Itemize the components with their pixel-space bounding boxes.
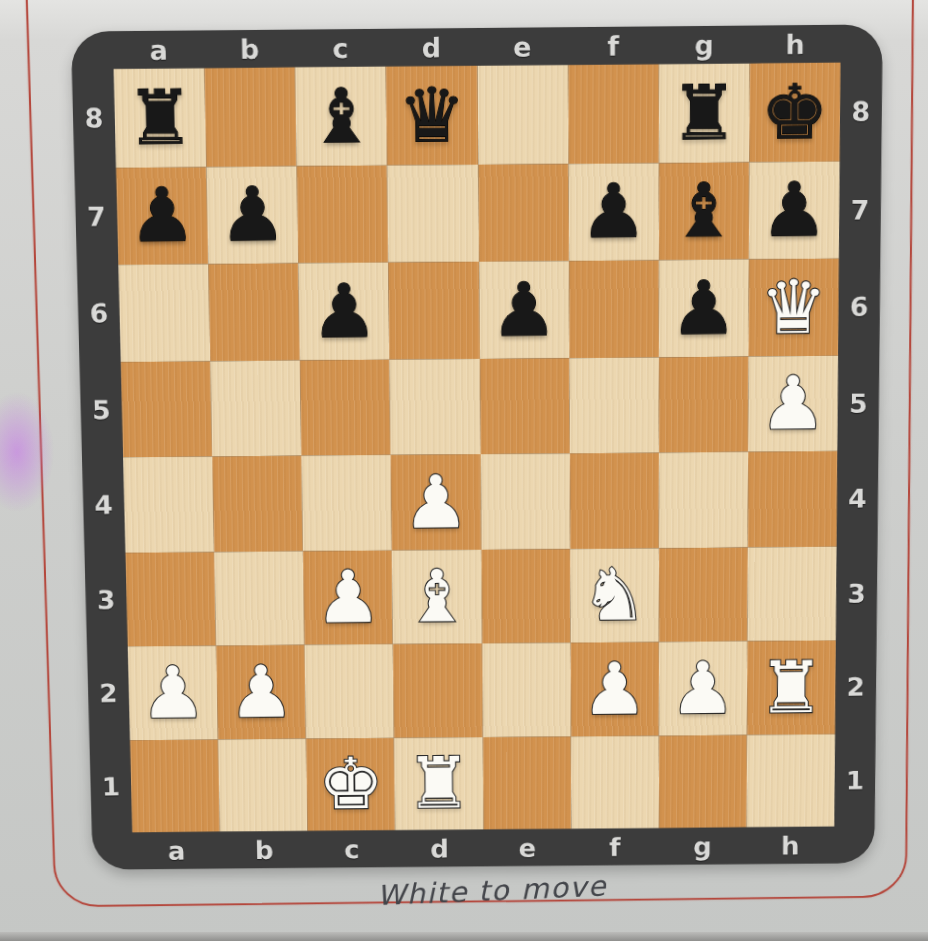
square-b1[interactable] [218,738,308,831]
square-g4[interactable] [659,452,748,548]
square-e8[interactable] [477,65,568,164]
rank-label-4: 4 [848,486,867,512]
square-d5[interactable] [390,358,480,455]
black-queen-d8: ♛ [398,78,467,154]
square-d2[interactable] [393,643,482,737]
square-a2[interactable]: ♟ [128,646,218,740]
rank-label-7: 7 [87,203,106,230]
square-g5[interactable] [659,356,749,453]
square-a5[interactable] [121,361,213,458]
file-label-d: d [430,836,449,861]
rank-label-8: 8 [84,105,103,132]
file-label-b: b [240,35,260,62]
square-g8[interactable]: ♜ [659,63,750,162]
square-e2[interactable] [482,643,571,737]
square-e4[interactable] [480,453,570,549]
square-e3[interactable] [481,548,570,643]
file-label-c: c [344,836,360,861]
file-label-g: g [695,31,714,58]
rank-label-5: 5 [92,397,111,423]
black-pawn-f7: ♟ [580,174,648,249]
square-b6[interactable] [208,263,300,360]
square-f3[interactable]: ♞ [570,548,659,643]
square-b3[interactable] [214,551,304,646]
file-label-h: h [785,31,804,58]
square-c8[interactable]: ♝ [295,67,387,166]
photo-bottom-edge [0,932,928,941]
file-label-h: h [781,833,800,858]
file-label-g: g [693,834,712,859]
file-labels-top: abcdefgh [113,25,841,69]
rank-label-5: 5 [849,390,868,416]
white-pawn-a2: ♟ [139,657,207,729]
rank-label-7: 7 [851,196,870,223]
square-g2[interactable]: ♟ [659,641,748,735]
square-a6[interactable] [118,264,210,361]
file-labels-bottom: abcdefgh [132,826,834,869]
square-c6[interactable]: ♟ [298,262,389,359]
square-h8[interactable]: ♚ [749,63,840,162]
white-pawn-d4: ♟ [402,466,469,539]
square-b2[interactable]: ♟ [216,645,306,739]
file-label-e: e [518,835,536,860]
square-h6[interactable]: ♛ [748,259,838,356]
black-pawn-h7: ♟ [760,173,828,248]
square-a3[interactable] [125,552,216,647]
file-label-d: d [422,34,442,61]
black-bishop-g7: ♝ [670,173,738,248]
square-f2[interactable]: ♟ [570,642,659,736]
square-b5[interactable] [210,360,301,457]
file-label-b: b [255,837,274,862]
photo-scene: abcdefgh 87654321 ♜♝♛♜♚♟♟♟♝♟♟♟♟♛♟♟♟♝♞♟♟♟… [0,0,928,902]
square-f8[interactable] [568,64,659,163]
square-e7[interactable] [478,163,569,261]
file-label-f: f [609,834,620,859]
file-label-a: a [167,838,185,863]
square-b7[interactable]: ♟ [206,166,298,264]
black-pawn-g6: ♟ [670,271,737,345]
square-h3[interactable] [747,546,836,641]
white-pawn-g2: ♟ [670,652,736,724]
black-pawn-a7: ♟ [128,178,197,253]
square-f6[interactable] [569,260,659,357]
square-c5[interactable] [300,359,391,456]
square-h2[interactable]: ♜ [747,640,836,734]
square-e1[interactable] [482,736,571,829]
square-c7[interactable] [297,165,389,263]
square-g3[interactable] [659,547,748,642]
square-g1[interactable] [659,735,747,828]
rank-labels-right: 87654321 [834,62,882,826]
white-pawn-f2: ♟ [581,653,647,725]
square-d1[interactable]: ♜ [394,737,483,830]
square-a7[interactable]: ♟ [116,167,208,265]
rank-label-3: 3 [847,580,866,606]
square-b8[interactable] [204,67,296,166]
square-a8[interactable]: ♜ [114,68,207,167]
square-f7[interactable]: ♟ [568,163,658,261]
square-f1[interactable] [571,735,659,828]
white-pawn-h5: ♟ [759,367,826,441]
file-label-f: f [607,32,619,59]
square-d6[interactable] [389,262,480,359]
white-pawn-b2: ♟ [228,656,295,728]
white-rook-h2: ♜ [758,652,824,724]
square-f5[interactable] [569,357,659,454]
square-c1[interactable]: ♚ [306,738,395,831]
white-rook-d1: ♜ [406,748,472,819]
black-rook-a8: ♜ [125,80,194,156]
rank-label-3: 3 [97,587,116,613]
square-h4[interactable] [748,451,838,547]
square-a4[interactable] [123,457,214,553]
rank-label-6: 6 [89,300,108,326]
square-e6[interactable]: ♟ [479,261,569,358]
rank-label-1: 1 [846,767,864,792]
black-bishop-c8: ♝ [307,78,376,154]
file-label-c: c [332,35,348,62]
square-d4[interactable]: ♟ [391,454,481,550]
square-d3[interactable]: ♝ [392,549,482,644]
chess-board-frame: abcdefgh 87654321 ♜♝♛♜♚♟♟♟♝♟♟♟♟♛♟♟♟♝♞♟♟♟… [71,24,883,869]
white-pawn-c3: ♟ [315,561,382,634]
square-a1[interactable] [130,739,220,832]
square-g7[interactable]: ♝ [659,162,749,260]
rank-label-2: 2 [847,674,865,700]
square-c2[interactable] [305,644,395,738]
black-pawn-b7: ♟ [218,177,287,252]
black-pawn-e6: ♟ [490,272,558,346]
square-c4[interactable] [302,455,392,551]
rank-label-4: 4 [94,492,113,518]
square-d7[interactable] [387,164,478,262]
file-label-e: e [513,33,531,60]
black-pawn-c6: ♟ [310,274,378,348]
rank-label-1: 1 [101,774,120,799]
chess-board: ♜♝♛♜♚♟♟♟♝♟♟♟♟♛♟♟♟♝♞♟♟♟♟♜♚♜ [114,63,841,833]
file-label-a: a [149,36,168,63]
square-h5[interactable]: ♟ [748,355,838,452]
white-queen-h6: ♛ [760,270,828,344]
square-d8[interactable]: ♛ [386,66,478,165]
black-king-h8: ♚ [761,74,829,150]
square-e5[interactable] [479,358,569,455]
square-f4[interactable] [569,453,658,549]
rank-label-2: 2 [99,681,118,706]
black-rook-g8: ♜ [670,75,738,151]
square-h1[interactable] [747,734,836,827]
white-knight-f3: ♞ [581,559,647,632]
square-g6[interactable]: ♟ [659,259,749,356]
rank-label-8: 8 [851,98,870,125]
rank-label-6: 6 [850,294,869,320]
white-king-c1: ♚ [318,749,385,820]
white-bishop-d3: ♝ [403,561,470,634]
square-c3[interactable]: ♟ [303,550,393,645]
square-h7[interactable]: ♟ [749,161,840,259]
square-b4[interactable] [212,456,303,552]
